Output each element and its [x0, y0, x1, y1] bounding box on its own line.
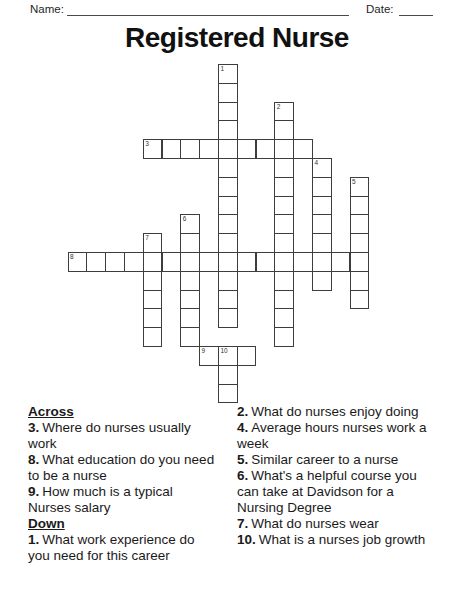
clue-item: 6.What's a helpful course you can take a… — [237, 468, 474, 516]
cell-number: 5 — [352, 178, 356, 186]
clue-item: 4.Average hours nurses work a week — [237, 420, 474, 452]
crossword-cell[interactable] — [218, 120, 238, 140]
crossword-cell[interactable] — [218, 158, 238, 178]
crossword-cell[interactable] — [199, 139, 219, 159]
crossword-cell[interactable] — [256, 139, 276, 159]
crossword-cell[interactable] — [218, 233, 238, 253]
clue-number: 5. — [237, 452, 248, 467]
crossword-cell[interactable] — [312, 196, 332, 216]
crossword-cell[interactable] — [218, 365, 238, 385]
clue-item: 3.Where do nurses usually work — [28, 420, 234, 452]
clue-text: What's a helpful course you can take at … — [237, 468, 417, 515]
crossword-cell[interactable] — [218, 196, 238, 216]
crossword-cell[interactable] — [274, 214, 294, 234]
crossword-cell[interactable] — [312, 252, 332, 272]
crossword-cell[interactable]: 4 — [312, 158, 332, 178]
clue-number: 9. — [28, 484, 39, 499]
crossword-cell[interactable] — [350, 271, 370, 291]
cell-number: 4 — [314, 159, 318, 167]
crossword-cell[interactable] — [293, 139, 313, 159]
crossword-cell[interactable] — [274, 177, 294, 197]
crossword-cell[interactable] — [274, 308, 294, 328]
crossword-cell[interactable] — [312, 271, 332, 291]
crossword-cell[interactable] — [237, 252, 257, 272]
crossword-cell[interactable] — [218, 271, 238, 291]
clue-text: What do nurses enjoy doing — [251, 404, 418, 419]
down-heading: Down — [28, 516, 234, 532]
clue-number: 1. — [28, 532, 39, 547]
crossword-cell[interactable]: 2 — [274, 102, 294, 122]
crossword-cell[interactable] — [105, 252, 125, 272]
cell-number: 2 — [277, 103, 281, 111]
clue-item: 5.Similar career to a nurse — [237, 452, 474, 468]
crossword-cell[interactable] — [274, 327, 294, 347]
crossword-cell[interactable] — [218, 252, 238, 272]
clue-text: What education do you need to be a nurse — [28, 452, 214, 483]
crossword-cell[interactable] — [180, 252, 200, 272]
clue-number: 8. — [28, 452, 39, 467]
crossword-cell[interactable] — [180, 290, 200, 310]
worksheet-page: Name: Date: Registered Nurse 12345678910… — [0, 0, 474, 613]
name-blank-line[interactable] — [67, 3, 349, 16]
crossword-cell[interactable] — [312, 233, 332, 253]
crossword-cell[interactable] — [350, 233, 370, 253]
crossword-cell[interactable] — [86, 252, 106, 272]
cell-number: 10 — [220, 347, 227, 355]
crossword-cell[interactable] — [143, 290, 163, 310]
clue-number: 4. — [237, 420, 248, 435]
crossword-cell[interactable] — [274, 120, 294, 140]
crossword-cell[interactable] — [237, 139, 257, 159]
clue-text: What work experience do you need for thi… — [28, 532, 195, 563]
crossword-cell[interactable] — [218, 177, 238, 197]
crossword-cell[interactable] — [293, 252, 313, 272]
crossword-cell[interactable] — [143, 252, 163, 272]
clue-item: 8.What education do you need to be a nur… — [28, 452, 234, 484]
clue-text: How much is a typical Nurses salary — [28, 484, 173, 515]
crossword-cell[interactable] — [312, 177, 332, 197]
crossword-cell[interactable] — [218, 384, 238, 404]
clue-number: 3. — [28, 420, 39, 435]
crossword-cell[interactable] — [143, 271, 163, 291]
crossword-cell[interactable] — [274, 196, 294, 216]
crossword-cell[interactable] — [124, 252, 144, 272]
cell-number: 3 — [145, 140, 149, 148]
crossword-cell[interactable]: 7 — [143, 233, 163, 253]
clue-number: 7. — [237, 516, 248, 531]
crossword-cell[interactable] — [162, 252, 182, 272]
crossword-cell[interactable] — [143, 308, 163, 328]
crossword-cell[interactable] — [274, 233, 294, 253]
clue-text: What is a nurses job growth — [259, 532, 426, 547]
crossword-cell[interactable] — [218, 290, 238, 310]
crossword-cell[interactable] — [274, 271, 294, 291]
date-blank-line[interactable] — [399, 3, 433, 16]
name-label: Name: — [30, 3, 64, 15]
clue-number: 2. — [237, 404, 248, 419]
crossword-cell[interactable] — [312, 214, 332, 234]
crossword-cell[interactable] — [180, 308, 200, 328]
crossword-cell[interactable] — [274, 158, 294, 178]
crossword-cell[interactable] — [274, 139, 294, 159]
clues-left-column: Across3.Where do nurses usually work8.Wh… — [28, 404, 234, 564]
clue-item: 2.What do nurses enjoy doing — [237, 404, 474, 420]
cell-number: 6 — [183, 215, 187, 223]
crossword-cell[interactable] — [350, 252, 370, 272]
clue-number: 6. — [237, 468, 248, 483]
across-heading: Across — [28, 404, 234, 420]
crossword-cell[interactable] — [331, 252, 351, 272]
crossword-cell[interactable]: 5 — [350, 177, 370, 197]
clues-right-column: 2.What do nurses enjoy doing4.Average ho… — [237, 404, 474, 548]
crossword-cell[interactable] — [256, 252, 276, 272]
clue-item: 9.How much is a typical Nurses salary — [28, 484, 234, 516]
puzzle-title: Registered Nurse — [0, 22, 474, 54]
clue-item: 7.What do nurses wear — [237, 516, 474, 532]
crossword-cell[interactable] — [180, 271, 200, 291]
crossword-cell[interactable] — [162, 139, 182, 159]
clue-item: 10.What is a nurses job growth — [237, 532, 474, 548]
crossword-cell[interactable] — [218, 308, 238, 328]
date-label: Date: — [366, 3, 394, 15]
crossword-cell[interactable]: 8 — [68, 252, 88, 272]
crossword-cell[interactable] — [143, 327, 163, 347]
crossword-cell[interactable]: 10 — [218, 346, 238, 366]
crossword-cell[interactable] — [350, 214, 370, 234]
crossword-cell[interactable]: 6 — [180, 214, 200, 234]
cell-number: 7 — [145, 234, 149, 242]
cell-number: 8 — [70, 253, 74, 261]
crossword-cell[interactable] — [350, 196, 370, 216]
crossword-cell[interactable] — [218, 83, 238, 103]
clue-text: Average hours nurses work a week — [237, 420, 427, 451]
crossword-cell[interactable] — [274, 290, 294, 310]
cell-number: 9 — [202, 347, 206, 355]
clue-text: Similar career to a nurse — [251, 452, 398, 467]
crossword-cell[interactable] — [180, 139, 200, 159]
crossword-cell[interactable] — [274, 252, 294, 272]
crossword-cell[interactable]: 9 — [199, 346, 219, 366]
crossword-cell[interactable] — [218, 139, 238, 159]
clue-text: What do nurses wear — [251, 516, 379, 531]
crossword-cell[interactable] — [180, 233, 200, 253]
crossword-cell[interactable]: 1 — [218, 64, 238, 84]
crossword-cell[interactable] — [218, 102, 238, 122]
clue-number: 10. — [237, 532, 256, 547]
crossword-cell[interactable]: 3 — [143, 139, 163, 159]
crossword-cell[interactable] — [237, 346, 257, 366]
crossword-cell[interactable] — [180, 327, 200, 347]
crossword-cell[interactable] — [350, 290, 370, 310]
crossword-cell[interactable] — [199, 252, 219, 272]
clue-item: 1.What work experience do you need for t… — [28, 532, 234, 564]
cell-number: 1 — [220, 65, 224, 73]
crossword-cell[interactable] — [218, 214, 238, 234]
clue-text: Where do nurses usually work — [28, 420, 191, 451]
